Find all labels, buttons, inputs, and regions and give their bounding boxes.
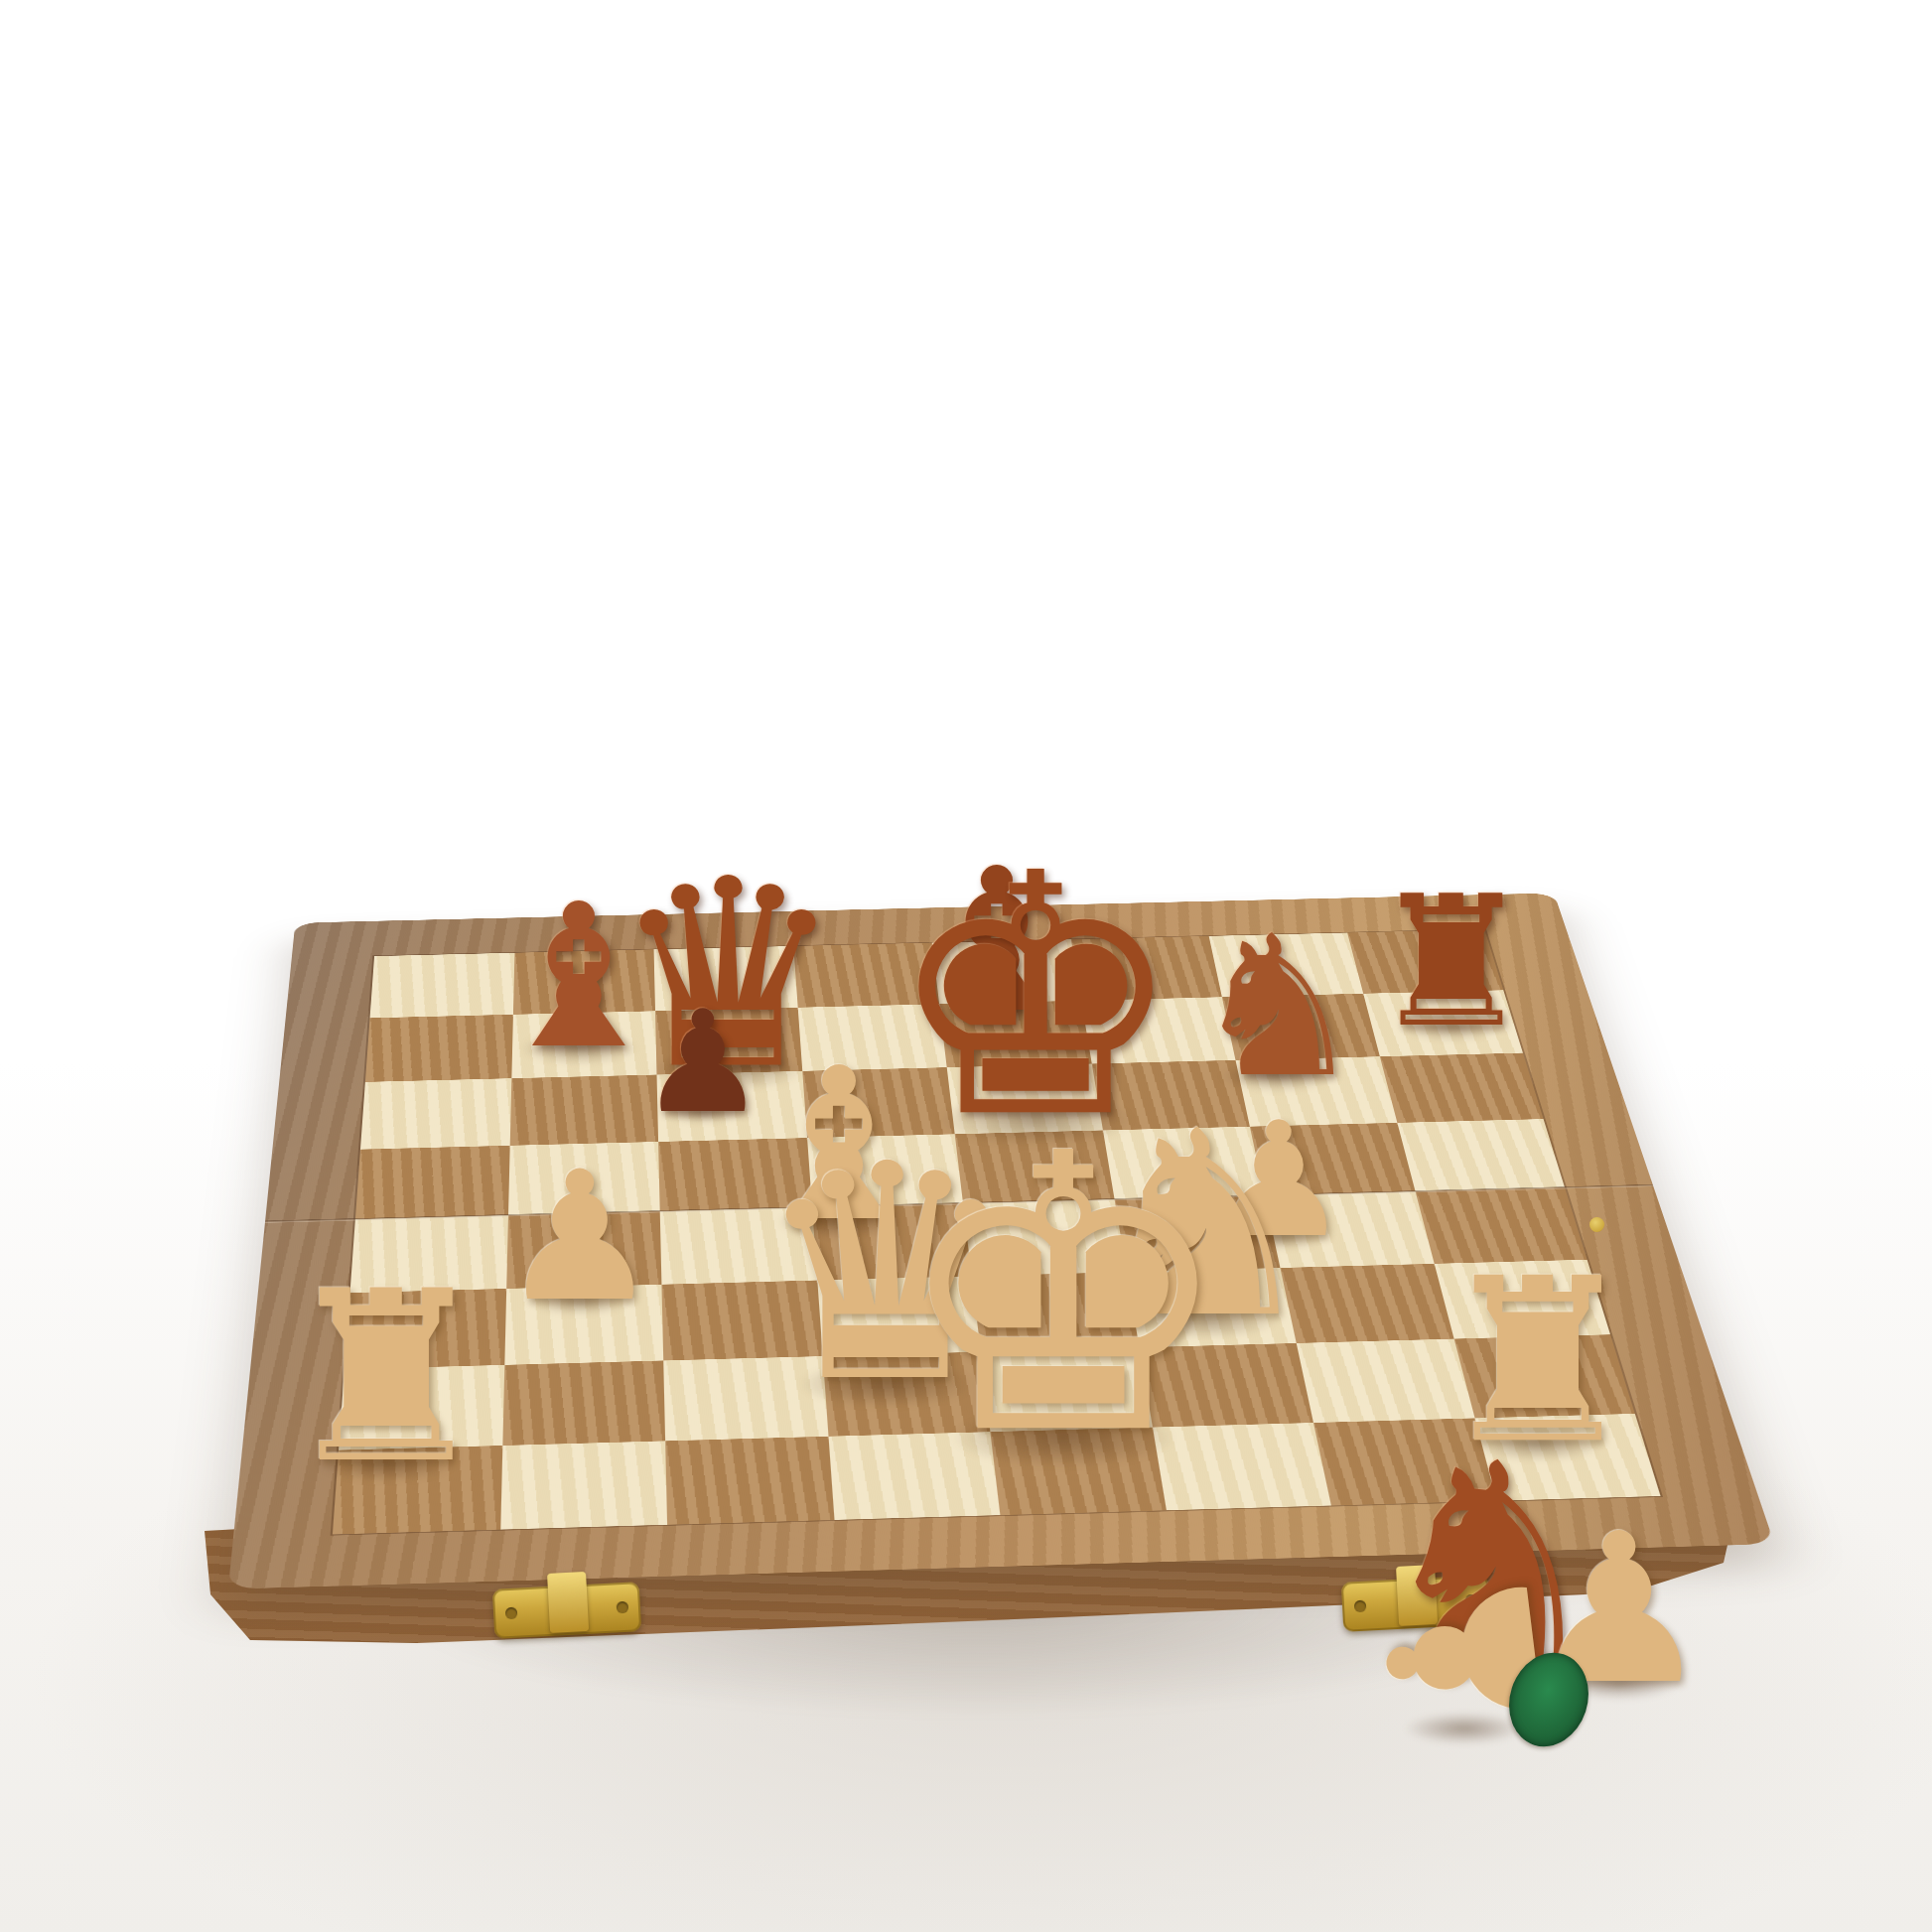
square-a6[interactable] <box>360 1078 511 1149</box>
piece-off-light-pawn-fallen[interactable]: ♟ <box>1352 1552 1577 1757</box>
front-clasp-left-hook <box>547 1572 589 1633</box>
front-clasp-left <box>492 1582 641 1639</box>
chess-scene: ♜♝♝♛♚♞♟♝♟♟♞♛♚♜♜♞♟♟ <box>0 0 1932 1932</box>
square-h5[interactable] <box>1397 1119 1565 1191</box>
square-b1[interactable] <box>500 1441 667 1529</box>
square-b2[interactable] <box>502 1360 665 1445</box>
piece-light-king-e2[interactable]: ♚ <box>892 1105 1234 1487</box>
piece-light-rook-a2[interactable]: ♜ <box>280 1260 491 1496</box>
piece-dark-rook-h8[interactable]: ♜ <box>1370 872 1532 1052</box>
front-clasp-left-screw-right <box>617 1601 629 1614</box>
square-a5[interactable] <box>355 1146 509 1219</box>
front-clasp-left-screw-left <box>505 1607 518 1620</box>
piece-light-pawn-b3[interactable]: ♟ <box>499 1148 659 1326</box>
square-c1[interactable] <box>665 1437 834 1525</box>
